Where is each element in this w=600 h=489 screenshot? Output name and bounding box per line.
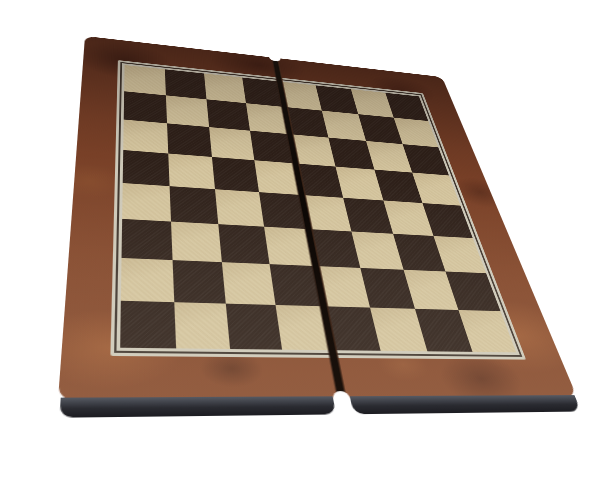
square-a5[interactable] [123, 150, 170, 186]
square-b6[interactable] [167, 123, 212, 157]
square-c6[interactable] [209, 127, 254, 160]
hinge-notch-bottom [332, 391, 351, 400]
squares-grid [120, 65, 516, 352]
board-wood-border [58, 36, 577, 400]
square-c2[interactable] [222, 262, 276, 305]
playing-field-frame [110, 60, 526, 360]
square-b8[interactable] [165, 69, 207, 99]
square-a7[interactable] [124, 91, 167, 123]
frame-pinstripe [114, 62, 522, 357]
board-side-edge-left [59, 396, 336, 417]
square-b1[interactable] [174, 302, 230, 349]
square-a4[interactable] [122, 183, 171, 222]
square-c4[interactable] [215, 189, 264, 226]
square-a2[interactable] [121, 258, 174, 302]
square-b2[interactable] [173, 260, 226, 304]
photo-background [0, 0, 600, 489]
square-a8[interactable] [124, 65, 166, 95]
square-a3[interactable] [122, 219, 173, 260]
folding-chessboard [58, 36, 577, 400]
square-a1[interactable] [120, 301, 176, 349]
square-c3[interactable] [218, 224, 269, 264]
square-b4[interactable] [170, 186, 219, 224]
square-a6[interactable] [123, 120, 168, 154]
square-c5[interactable] [212, 157, 259, 192]
hinge-notch-top [269, 56, 282, 62]
square-b5[interactable] [168, 154, 215, 190]
square-b3[interactable] [171, 222, 222, 263]
square-c7[interactable] [206, 99, 250, 130]
square-b7[interactable] [166, 95, 209, 127]
square-c1[interactable] [226, 304, 282, 350]
board-side-edge-right [350, 395, 582, 414]
